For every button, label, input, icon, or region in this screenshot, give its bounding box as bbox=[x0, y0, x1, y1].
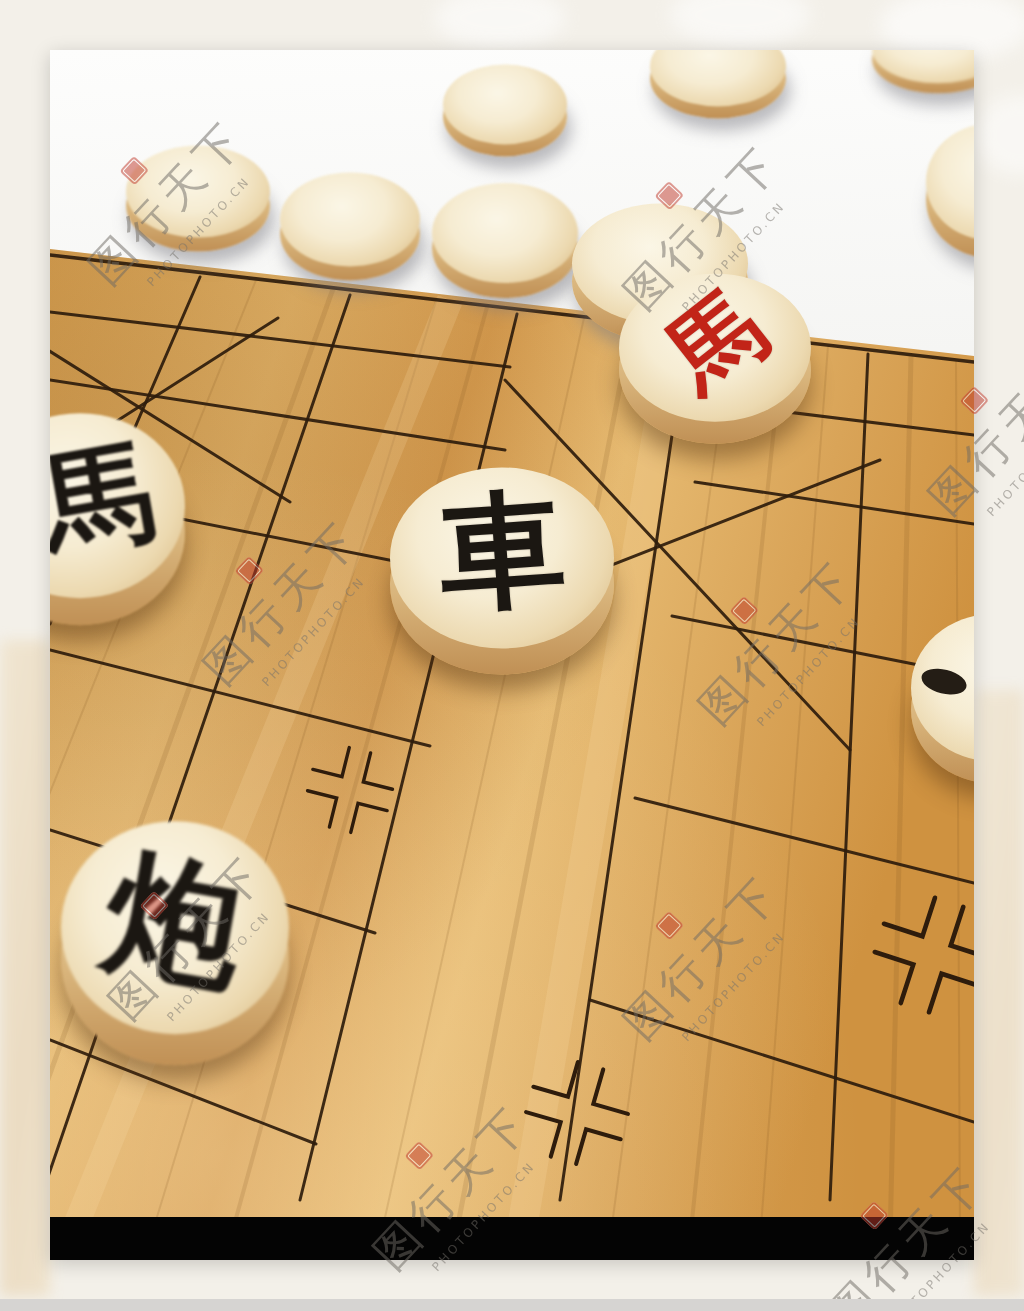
ghost-disc bbox=[975, 95, 1024, 175]
ghost-wood-left bbox=[0, 640, 50, 1296]
table-disc bbox=[926, 124, 974, 256]
black-horse: 馬 bbox=[50, 413, 185, 623]
ink-mark bbox=[919, 665, 969, 699]
piece-face bbox=[432, 183, 578, 283]
piece-face: 炮 bbox=[61, 821, 289, 1034]
red-horse: 馬 bbox=[619, 274, 811, 443]
table-disc bbox=[432, 183, 578, 297]
photo-black-bar bbox=[50, 1217, 974, 1260]
black-horse-glyph: 馬 bbox=[50, 433, 162, 563]
black-cannon: 炮 bbox=[61, 821, 289, 1063]
black-chariot-glyph: 車 bbox=[435, 484, 568, 617]
black-chariot: 車 bbox=[390, 467, 614, 672]
piece-face: 馬 bbox=[619, 274, 811, 422]
piece-face bbox=[280, 172, 420, 266]
table-disc bbox=[650, 50, 786, 118]
piece-face bbox=[443, 64, 567, 144]
piece-face bbox=[126, 146, 270, 238]
black-cannon-glyph: 炮 bbox=[96, 840, 254, 998]
watermark-en-text: PHOTOPHOTO.CN bbox=[984, 404, 1024, 519]
ghost-disc bbox=[435, 0, 565, 48]
ghost-disc bbox=[670, 0, 810, 46]
photo-frame: 馬馬車炮 bbox=[50, 50, 974, 1260]
red-horse-glyph: 馬 bbox=[650, 277, 779, 406]
table-disc bbox=[872, 50, 974, 93]
photo-page: 馬馬車炮 图行天下PHOTOPHOTO.CN图行天下PHOTOPHOTO.CN图… bbox=[0, 0, 1024, 1311]
ghost-wood-right bbox=[974, 690, 1024, 1296]
table-disc bbox=[126, 146, 270, 251]
footer-strip bbox=[0, 1299, 1024, 1311]
piece-face: 車 bbox=[390, 467, 614, 648]
table-disc bbox=[443, 64, 567, 155]
edge-piece bbox=[911, 614, 974, 783]
table-disc bbox=[280, 172, 420, 279]
